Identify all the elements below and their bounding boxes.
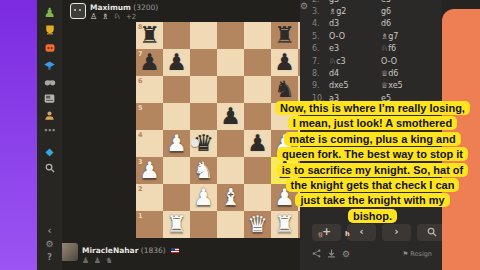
- square-b6[interactable]: [163, 76, 190, 103]
- square-b3[interactable]: [163, 157, 190, 184]
- move-number: 9.: [312, 81, 329, 90]
- square-b7[interactable]: ♟: [163, 49, 190, 76]
- white-move[interactable]: g3: [329, 0, 381, 4]
- resign-button[interactable]: ⚑ Resign: [402, 250, 432, 258]
- square-f7[interactable]: ♟: [271, 49, 298, 76]
- black-move[interactable]: ♕xe5: [381, 81, 403, 90]
- square-a3[interactable]: ♟: [136, 157, 163, 184]
- bottom-player-avatar[interactable]: [60, 243, 78, 261]
- bots-icon[interactable]: [37, 42, 62, 54]
- move-number: 5.: [312, 32, 329, 41]
- square-e7[interactable]: [244, 49, 271, 76]
- black-pawn-a7: ♟: [136, 49, 163, 76]
- white-rook-b1: ♜: [163, 211, 190, 238]
- square-b1[interactable]: ♜: [163, 211, 190, 238]
- top-player-bar: Maximum (3200) ♙ ♗ ♘ +2: [62, 0, 300, 22]
- square-d2[interactable]: ♝: [217, 184, 244, 211]
- square-b4[interactable]: ♟: [163, 130, 190, 157]
- trophy-icon[interactable]: [37, 24, 62, 36]
- move-number: 6.: [312, 44, 329, 53]
- move-row: 7.♘c3O-O: [312, 55, 436, 67]
- black-pawn-b7: ♟: [163, 49, 190, 76]
- square-b2[interactable]: [163, 184, 190, 211]
- square-a6[interactable]: [136, 76, 163, 103]
- move-row: 6.e3♘f6: [312, 43, 436, 55]
- black-move[interactable]: e5: [381, 0, 391, 4]
- white-move[interactable]: ♗g2: [329, 7, 381, 16]
- white-move[interactable]: O-O: [329, 32, 381, 41]
- square-d4[interactable]: [217, 130, 244, 157]
- black-move[interactable]: g6: [381, 7, 391, 16]
- social-icon[interactable]: [37, 110, 62, 121]
- sidebar: ♟⋯◆‹⚙?: [37, 0, 62, 270]
- caption-line: mate is coming, plus a king and: [265, 130, 480, 145]
- black-move[interactable]: ♗g7: [381, 32, 398, 41]
- square-c2[interactable]: ♟: [190, 184, 217, 211]
- top-captured-row: ♙ ♗ ♘ +2: [90, 12, 136, 21]
- move-badge: [191, 139, 199, 147]
- top-captured-pieces: ♙ ♗ ♘: [90, 12, 122, 21]
- white-move[interactable]: d3: [329, 19, 381, 28]
- move-number: 4.: [312, 19, 329, 28]
- square-d3[interactable]: [217, 157, 244, 184]
- flag-icon: ⚑: [402, 250, 408, 258]
- caption-line: just take the knight with my: [265, 191, 480, 206]
- collapse-icon[interactable]: ‹: [37, 225, 62, 236]
- move-row: 3.♗g2g6: [312, 5, 436, 17]
- square-a2[interactable]: [136, 184, 163, 211]
- square-d1[interactable]: [217, 211, 244, 238]
- settings-icon[interactable]: ⚙: [342, 249, 350, 259]
- move-number: 8.: [312, 69, 329, 78]
- move-row: 4.d3d6: [312, 18, 436, 30]
- top-player-name[interactable]: Maximum: [90, 3, 131, 12]
- move-number: 2.: [312, 0, 329, 4]
- white-knight-c3: ♞: [190, 157, 217, 184]
- play-pawn-icon[interactable]: ♟: [37, 5, 62, 20]
- download-icon[interactable]: [327, 249, 336, 258]
- square-a8[interactable]: ♜: [136, 22, 163, 49]
- square-d7[interactable]: [217, 49, 244, 76]
- analysis-button[interactable]: [417, 224, 442, 241]
- white-pawn-a3: ♟: [136, 157, 163, 184]
- square-c3[interactable]: ♞: [190, 157, 217, 184]
- square-e8[interactable]: [244, 22, 271, 49]
- move-number: 3.: [312, 7, 329, 16]
- watch-binoculars-icon[interactable]: [37, 77, 62, 87]
- caption-line: Now, this is where I’m really losing,: [265, 99, 480, 114]
- board-settings-gear-icon[interactable]: ⚙: [300, 1, 308, 11]
- caption-line: the knight gets that check I can: [265, 176, 480, 191]
- forward-button[interactable]: ›: [382, 224, 411, 241]
- screen: ♟⋯◆‹⚙? Maximum (3200) ♙ ♗ ♘ +2 ♜♜♚♟♟♟♝♟♞…: [0, 0, 480, 270]
- help-icon[interactable]: ?: [37, 253, 62, 262]
- black-move[interactable]: O-O: [381, 57, 397, 66]
- video-caption: Now, this is where I’m really losing,I m…: [265, 99, 480, 222]
- caption-line: queen fork. The best way to stop it: [265, 145, 480, 160]
- square-f8[interactable]: ♜: [271, 22, 298, 49]
- bottom-captured-row: ♟ ♟ ♞: [82, 256, 114, 265]
- black-rook-f8: ♜: [271, 22, 298, 49]
- square-d5[interactable]: ♟: [217, 103, 244, 130]
- nav-buttons: +‹›: [312, 224, 442, 241]
- avatar-detail: [79, 9, 81, 11]
- top-player-avatar[interactable]: [70, 3, 86, 19]
- learn-cap-icon[interactable]: [37, 60, 62, 72]
- top-material-advantage: +2: [126, 13, 136, 21]
- move-row: 9.dxe5♕xe5: [312, 80, 436, 92]
- more-dots-icon[interactable]: ⋯: [37, 124, 62, 137]
- square-c6[interactable]: [190, 76, 217, 103]
- left-purple-strip: [0, 0, 37, 270]
- bottom-player-name-row: MiracleNahar (1836): [82, 246, 179, 255]
- white-move[interactable]: dxe5: [329, 81, 381, 90]
- back-button[interactable]: ‹: [347, 224, 376, 241]
- white-pawn-b4: ♟: [163, 130, 190, 157]
- resign-label: Resign: [410, 250, 432, 258]
- square-d6[interactable]: [217, 76, 244, 103]
- bottom-player-bar: MiracleNahar (1836) ♟ ♟ ♞: [62, 240, 300, 270]
- square-b5[interactable]: [163, 103, 190, 130]
- move-row: 5.O-O♗g7: [312, 30, 436, 42]
- search-icon[interactable]: [37, 163, 62, 173]
- us-flag-icon: [171, 248, 179, 253]
- black-pawn-d5: ♟: [217, 103, 244, 130]
- square-b8[interactable]: [163, 22, 190, 49]
- square-a1[interactable]: [136, 211, 163, 238]
- square-c8[interactable]: [190, 22, 217, 49]
- top-player-name-row: Maximum (3200): [90, 3, 158, 12]
- add-button[interactable]: +: [312, 224, 341, 241]
- white-move[interactable]: e3: [329, 44, 381, 53]
- black-pawn-f7: ♟: [271, 49, 298, 76]
- square-c7[interactable]: [190, 49, 217, 76]
- move-number: 7.: [312, 57, 329, 66]
- diamond-icon[interactable]: ◆: [37, 146, 62, 157]
- bottom-captured-pieces: ♟ ♟ ♞: [82, 256, 114, 265]
- white-move[interactable]: ♘c3: [329, 57, 381, 66]
- move-list: 2.g3e53.♗g2g64.d3d65.O-O♗g76.e3♘f67.♘c3O…: [312, 0, 436, 105]
- avatar-detail: [74, 9, 76, 11]
- square-c5[interactable]: [190, 103, 217, 130]
- white-move[interactable]: d4: [329, 69, 381, 78]
- white-pawn-c2: ♟: [190, 184, 217, 211]
- black-move[interactable]: ♘f6: [381, 44, 396, 53]
- bottom-player-name[interactable]: MiracleNahar: [82, 246, 138, 255]
- square-a5[interactable]: [136, 103, 163, 130]
- square-d8[interactable]: [217, 22, 244, 49]
- white-bishop-d2: ♝: [217, 184, 244, 211]
- black-move[interactable]: ♕d6: [381, 69, 398, 78]
- square-c1[interactable]: [190, 211, 217, 238]
- settings-gear-icon[interactable]: ⚙: [37, 239, 62, 249]
- caption-line: bishop.: [265, 207, 480, 222]
- action-row: ⚙ ⚑ Resign: [312, 249, 436, 261]
- black-rook-a8: ♜: [136, 22, 163, 49]
- move-row: 8.d4♕d6: [312, 67, 436, 79]
- square-a4[interactable]: [136, 130, 163, 157]
- top-player-rating: (3200): [133, 3, 158, 12]
- share-icon[interactable]: [312, 249, 321, 258]
- square-a7[interactable]: ♟: [136, 49, 163, 76]
- black-move[interactable]: d6: [381, 19, 391, 28]
- bottom-player-rating: (1836): [141, 246, 166, 255]
- caption-line: is to sacrifice my knight. So, hat of: [265, 161, 480, 176]
- caption-line: I mean, just look! A smothered: [265, 114, 480, 129]
- news-icon[interactable]: [37, 93, 62, 104]
